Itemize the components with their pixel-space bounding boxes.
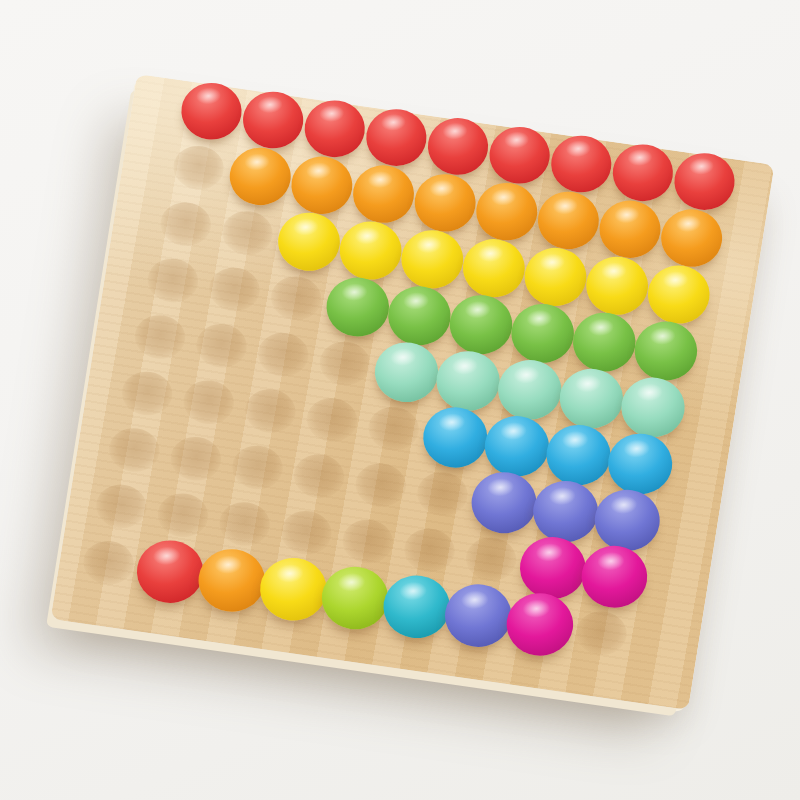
ball-yellow-r3c6[interactable] [459,235,529,301]
board-cell-r1c5 [423,113,494,179]
board-cell-r1c3 [299,95,370,161]
board-cell-r1c9 [669,148,740,214]
ball-yellow-r3c7[interactable] [521,243,591,309]
ball-mint-r5c5[interactable] [371,338,443,406]
ball-red-r1c2[interactable] [239,87,307,151]
board-cell-r5c5 [371,339,442,405]
hole-r8c7[interactable] [463,534,520,584]
board-cell-r8c2 [148,482,219,548]
hole-r8c4[interactable] [278,507,335,557]
board-cell-r3c8 [582,252,653,318]
board-cell-r2c1 [163,134,234,200]
ball-green-r4c5[interactable] [384,282,455,349]
board-cell-r9c6 [381,573,452,639]
board-cell-r3c5 [397,226,468,292]
board-cell-r2c3 [287,152,358,218]
board-cell-r3c4 [335,217,406,283]
board-cell-r6c1 [112,360,183,426]
board-cell-r4c6 [446,291,517,357]
hole-r7c4[interactable] [291,451,348,501]
ball-green-r4c8[interactable] [569,308,640,375]
board-cell-r7c2 [161,425,232,491]
board-cell-r4c1 [138,247,209,313]
ball-green-r4c6[interactable] [446,291,517,358]
ball-violet-r7c9[interactable] [590,485,664,555]
board-cell-r3c9 [643,261,714,327]
ball-red-r1c6[interactable] [486,122,554,186]
board-cell-r4c5 [384,282,455,348]
board-cell-r6c9 [605,430,676,496]
ball-mint-r5c7[interactable] [494,355,566,423]
board-cell-r5c1 [125,304,196,370]
board-cell-r2c4 [348,161,419,227]
board-cell-r6c4 [297,386,368,452]
board-cell-r6c7 [482,413,553,479]
board-cell-r8c6 [394,517,465,583]
ball-mint-r5c8[interactable] [555,364,627,432]
board-cell-r8c4 [271,499,342,565]
hole-r7c6[interactable] [414,468,471,518]
ball-orange-r2c2[interactable] [226,143,295,208]
board-cell-r9c5 [320,565,391,631]
ball-orange-r2c3[interactable] [287,152,356,217]
ball-red-r1c3[interactable] [301,96,369,160]
ball-violet-r7c8[interactable] [529,476,603,546]
board-cell-r5c3 [248,321,319,387]
board-cell-r7c9 [592,487,663,553]
hole-r5c1[interactable] [132,311,189,361]
board-cell-r5c4 [310,330,381,396]
ball-sky-blue-r6c6[interactable] [419,403,492,472]
ball-red-r1c5[interactable] [424,114,492,178]
bead-grid [104,78,740,670]
hole-r4c2[interactable] [206,264,263,314]
board-cell-r8c5 [333,508,404,574]
board-cell-r2c9 [656,205,727,271]
ball-yellow-r3c3[interactable] [274,208,344,274]
board-cell-r4c2 [199,256,270,322]
board-cell-r8c1 [86,473,157,539]
board-cell-r1c4 [361,104,432,170]
hole-r8c1[interactable] [93,481,150,531]
board-cell-r2c8 [595,196,666,262]
bead-board [50,74,774,710]
ball-mint-r5c9[interactable] [617,373,689,441]
board-cell-r7c6 [407,461,478,527]
ball-green-r4c7[interactable] [507,299,578,366]
hole-r4c1[interactable] [145,255,202,305]
ball-red-r1c8[interactable] [609,140,677,204]
board-cell-r9c8 [505,591,576,657]
hole-r6c1[interactable] [119,368,176,418]
board-cell-r9c9 [566,600,637,666]
hole-r6c5[interactable] [365,403,422,453]
hole-r6c4[interactable] [304,394,361,444]
hole-r6c3[interactable] [242,386,299,436]
hole-r9c1[interactable] [80,537,137,587]
board-cell-r5c2 [186,312,257,378]
hole-r3c2[interactable] [219,207,276,257]
board-cell-r4c3 [261,265,332,331]
ball-orange-r2c9[interactable] [657,205,726,270]
ball-yellow-r3c5[interactable] [397,226,467,292]
ball-red-r1c1[interactable] [177,78,245,142]
board-cell-r8c8 [518,535,589,601]
hole-r8c3[interactable] [216,498,273,548]
board-cell-r4c4 [323,274,394,340]
board-cell-r1c6 [484,122,555,188]
board-cell-r5c6 [433,348,504,414]
board-cell-r4c8 [569,309,640,375]
hole-r6c2[interactable] [180,377,237,427]
hole-r3c1[interactable] [157,199,214,249]
ball-orange-r2c6[interactable] [472,178,541,243]
ball-sky-blue-r6c7[interactable] [481,411,554,480]
ball-orange-r2c4[interactable] [349,161,418,226]
board-cell-r6c3 [235,378,306,444]
board-cell-r4c9 [631,318,702,384]
ball-yellow-r3c9[interactable] [644,261,714,327]
ball-green-r4c9[interactable] [630,317,701,384]
hole-r9c9[interactable] [573,608,630,658]
board-cell-r7c5 [346,452,417,518]
board-cell-r7c7 [469,469,540,535]
hole-r5c2[interactable] [193,320,250,370]
board-cell-r1c1 [176,78,247,144]
ball-violet-r7c7[interactable] [467,467,541,537]
board-cell-r9c3 [197,547,268,613]
board-cell-r6c6 [420,404,491,470]
ball-orange-r2c8[interactable] [595,196,664,261]
board-cell-r2c7 [533,187,604,253]
board-cell-r4c7 [507,300,578,366]
board-cell-r8c3 [209,491,280,557]
ball-green-r4c4[interactable] [322,273,393,340]
hole-r7c2[interactable] [168,433,225,483]
ball-orange-r2c5[interactable] [411,170,480,235]
board-cell-r7c4 [284,443,355,509]
ball-yellow-r3c8[interactable] [582,252,652,318]
photo-scene [0,0,800,800]
hole-r8c2[interactable] [155,490,212,540]
board-cell-r7c8 [530,478,601,544]
board-cell-r2c6 [471,178,542,244]
board-cell-r7c1 [99,417,170,483]
board-cell-r2c5 [410,169,481,235]
hole-r8c5[interactable] [340,516,397,566]
board-cell-r5c8 [556,365,627,431]
board-cell-r7c3 [222,434,293,500]
ball-sky-blue-r6c8[interactable] [542,420,615,489]
board-cell-r3c1 [150,191,221,257]
board-cell-r3c7 [520,244,591,310]
board-cell-r3c2 [212,200,283,266]
board-cell-r2c2 [225,143,296,209]
ball-sky-blue-r6c9[interactable] [604,429,677,498]
ball-orange-r2c7[interactable] [534,187,603,252]
board-cell-r5c9 [618,374,689,440]
board-cell-r9c4 [258,556,329,622]
hole-r8c6[interactable] [401,525,458,575]
board-cell-r8c9 [579,543,650,609]
hole-r7c1[interactable] [106,424,163,474]
board-cell-r3c3 [274,208,345,274]
board-cell-r6c2 [174,369,245,435]
hole-r7c3[interactable] [229,442,286,492]
board-cell-r8c7 [456,526,527,592]
board-cell-r1c8 [608,139,679,205]
board-cell-r9c7 [443,582,514,648]
ball-red-r1c9[interactable] [670,149,738,213]
board-cell-r1c2 [238,87,309,153]
board-cell-r6c8 [543,422,614,488]
board-cell-r6c5 [358,395,429,461]
ball-yellow-r3c4[interactable] [336,217,406,283]
board-cell-r9c2 [135,538,206,604]
board-cell-r5c7 [495,356,566,422]
hole-r5c3[interactable] [255,329,312,379]
ball-red-r1c4[interactable] [362,105,430,169]
ball-red-r1c7[interactable] [547,131,615,195]
hole-r2c1[interactable] [170,142,227,192]
board-cell-r9c1 [73,529,144,595]
board-cell-r1c7 [546,131,617,197]
hole-r7c5[interactable] [352,460,409,510]
board-cell-r3c6 [459,235,530,301]
hole-r4c3[interactable] [268,273,325,323]
hole-r5c4[interactable] [317,338,374,388]
ball-mint-r5c6[interactable] [432,347,504,415]
